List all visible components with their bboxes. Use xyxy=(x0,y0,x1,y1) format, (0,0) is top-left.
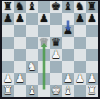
square-c3[interactable]: ♞ xyxy=(26,61,38,73)
square-a5[interactable] xyxy=(2,37,14,49)
white-knight[interactable]: ♞ xyxy=(26,61,38,73)
square-a6[interactable] xyxy=(2,25,14,37)
black-pawn[interactable]: ♟ xyxy=(62,25,74,37)
square-f4[interactable] xyxy=(62,49,74,61)
square-d3[interactable] xyxy=(38,61,50,73)
square-g5[interactable] xyxy=(74,37,86,49)
black-pawn[interactable]: ♟ xyxy=(86,13,98,25)
black-bishop[interactable]: ♝ xyxy=(62,1,74,13)
black-bishop[interactable]: ♝ xyxy=(26,1,38,13)
square-a7[interactable]: ♟ xyxy=(2,13,14,25)
black-pawn[interactable]: ♟ xyxy=(38,13,50,25)
square-d7[interactable]: ♟ xyxy=(38,13,50,25)
square-a1[interactable]: ♜ xyxy=(2,85,14,97)
square-f6[interactable]: ♟ xyxy=(62,25,74,37)
square-h4[interactable] xyxy=(86,49,98,61)
square-h5[interactable] xyxy=(86,37,98,49)
square-e3[interactable] xyxy=(50,61,62,73)
square-f1[interactable]: ♝ xyxy=(62,85,74,97)
black-pawn[interactable]: ♟ xyxy=(14,13,26,25)
square-h6[interactable] xyxy=(86,25,98,37)
white-pawn[interactable]: ♟ xyxy=(50,49,62,61)
white-pawn[interactable]: ♟ xyxy=(74,73,86,85)
white-pawn[interactable]: ♟ xyxy=(14,73,26,85)
chess-board[interactable]: ♜♞♝♚♝♞♜♟♟♟♟♟♟♛♛♟♞♟♟♟♟♟♜♝♚♝♜ xyxy=(2,1,98,97)
square-g1[interactable] xyxy=(74,85,86,97)
square-c5[interactable] xyxy=(26,37,38,49)
square-d2[interactable] xyxy=(38,73,50,85)
square-g6[interactable] xyxy=(74,25,86,37)
square-d1[interactable] xyxy=(38,85,50,97)
white-rook[interactable]: ♜ xyxy=(86,85,98,97)
square-b2[interactable]: ♟ xyxy=(14,73,26,85)
square-e4[interactable]: ♟ xyxy=(50,49,62,61)
square-c8[interactable]: ♝ xyxy=(26,1,38,13)
white-rook[interactable]: ♜ xyxy=(2,85,14,97)
white-bishop[interactable]: ♝ xyxy=(62,85,74,97)
square-d5[interactable]: ♛ xyxy=(38,37,50,49)
black-pawn[interactable]: ♟ xyxy=(2,13,14,25)
square-f8[interactable]: ♝ xyxy=(62,1,74,13)
white-queen[interactable]: ♛ xyxy=(38,37,50,49)
black-pawn[interactable]: ♟ xyxy=(74,13,86,25)
square-b7[interactable]: ♟ xyxy=(14,13,26,25)
app-window: { "game": "chess", "position": { "fen": … xyxy=(0,0,100,99)
square-c6[interactable] xyxy=(26,25,38,37)
square-a4[interactable] xyxy=(2,49,14,61)
square-f5[interactable] xyxy=(62,37,74,49)
square-b6[interactable] xyxy=(14,25,26,37)
square-d4[interactable] xyxy=(38,49,50,61)
square-e8[interactable]: ♚ xyxy=(50,1,62,13)
square-b4[interactable] xyxy=(14,49,26,61)
square-e1[interactable]: ♚ xyxy=(50,85,62,97)
square-b5[interactable] xyxy=(14,37,26,49)
square-g7[interactable]: ♟ xyxy=(74,13,86,25)
square-g4[interactable] xyxy=(74,49,86,61)
square-h1[interactable]: ♜ xyxy=(86,85,98,97)
square-b1[interactable] xyxy=(14,85,26,97)
black-king[interactable]: ♚ xyxy=(50,1,62,13)
white-king[interactable]: ♚ xyxy=(50,85,62,97)
square-c1[interactable]: ♝ xyxy=(26,85,38,97)
square-c7[interactable] xyxy=(26,13,38,25)
white-bishop[interactable]: ♝ xyxy=(26,85,38,97)
square-e7[interactable] xyxy=(50,13,62,25)
square-g2[interactable]: ♟ xyxy=(74,73,86,85)
square-h7[interactable]: ♟ xyxy=(86,13,98,25)
